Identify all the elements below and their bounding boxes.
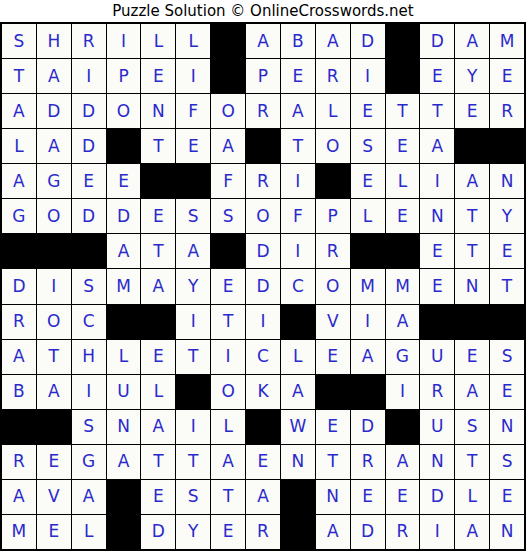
letter-cell: O [107, 94, 141, 128]
letter-cell: N [420, 445, 454, 479]
letter-cell: L [386, 164, 420, 198]
letter-cell: E [141, 199, 175, 233]
letter-cell: T [455, 199, 489, 233]
letter-cell: E [490, 375, 524, 409]
letter-cell: D [351, 410, 385, 444]
letter-cell: T [420, 94, 454, 128]
letter-cell: F [176, 94, 210, 128]
letter-cell: L [141, 24, 175, 58]
letter-cell: A [141, 410, 175, 444]
black-cell [141, 305, 175, 339]
letter-cell: L [176, 24, 210, 58]
letter-cell: O [211, 94, 245, 128]
black-cell [351, 234, 385, 268]
letter-cell: F [281, 199, 315, 233]
letter-cell: I [37, 269, 71, 303]
letter-cell: I [351, 305, 385, 339]
letter-cell: I [72, 375, 106, 409]
letter-cell: M [490, 24, 524, 58]
letter-cell: D [420, 24, 454, 58]
letter-cell: N [107, 410, 141, 444]
letter-cell: A [455, 515, 489, 549]
letter-cell: S [72, 269, 106, 303]
letter-cell: A [246, 480, 280, 514]
black-cell [37, 410, 71, 444]
letter-cell: L [2, 129, 36, 163]
letter-cell: E [351, 94, 385, 128]
letter-cell: E [316, 340, 350, 374]
letter-cell: M [351, 269, 385, 303]
black-cell [176, 164, 210, 198]
letter-cell: T [141, 234, 175, 268]
letter-cell: E [490, 480, 524, 514]
letter-cell: A [176, 234, 210, 268]
letter-cell: R [316, 234, 350, 268]
letter-cell: G [386, 340, 420, 374]
letter-cell: E [386, 129, 420, 163]
letter-cell: B [2, 375, 36, 409]
letter-cell: I [281, 234, 315, 268]
letter-cell: S [2, 24, 36, 58]
letter-cell: A [281, 375, 315, 409]
black-cell [455, 305, 489, 339]
letter-cell: A [107, 234, 141, 268]
letter-cell: N [420, 199, 454, 233]
letter-cell: U [420, 340, 454, 374]
letter-cell: D [351, 24, 385, 58]
letter-cell: E [351, 480, 385, 514]
letter-cell: A [455, 164, 489, 198]
black-cell [351, 375, 385, 409]
letter-cell: I [246, 305, 280, 339]
black-cell [386, 234, 420, 268]
black-cell [281, 305, 315, 339]
letter-cell: S [490, 340, 524, 374]
black-cell [316, 375, 350, 409]
letter-cell: T [141, 129, 175, 163]
letter-cell: P [316, 199, 350, 233]
letter-cell: N [490, 164, 524, 198]
letter-cell: E [386, 199, 420, 233]
letter-cell: A [107, 445, 141, 479]
letter-cell: A [316, 24, 350, 58]
letter-cell: E [37, 515, 71, 549]
letter-cell: D [246, 269, 280, 303]
letter-cell: T [141, 445, 175, 479]
letter-cell: L [281, 340, 315, 374]
letter-cell: I [281, 164, 315, 198]
letter-cell: R [386, 515, 420, 549]
puzzle-solution-page: Puzzle Solution © OnlineCrosswords.net S… [0, 0, 526, 551]
letter-cell: D [72, 199, 106, 233]
letter-cell: U [107, 375, 141, 409]
letter-cell: T [281, 129, 315, 163]
black-cell [246, 410, 280, 444]
letter-cell: A [211, 129, 245, 163]
letter-cell: R [490, 94, 524, 128]
black-cell [37, 234, 71, 268]
letter-cell: W [281, 410, 315, 444]
letter-cell: N [490, 410, 524, 444]
letter-cell: T [176, 340, 210, 374]
letter-cell: T [386, 94, 420, 128]
letter-cell: R [2, 445, 36, 479]
letter-cell: I [386, 375, 420, 409]
letter-cell: A [246, 24, 280, 58]
letter-cell: G [37, 164, 71, 198]
letter-cell: N [281, 445, 315, 479]
letter-cell: A [37, 129, 71, 163]
letter-cell: I [176, 410, 210, 444]
black-cell [420, 305, 454, 339]
letter-cell: T [455, 234, 489, 268]
crossword-grid: SHRILLABADDAMTAIPEIPERIEYEADDONFORALETTE… [0, 22, 526, 551]
letter-cell: T [176, 445, 210, 479]
letter-cell: A [351, 340, 385, 374]
letter-cell: D [351, 515, 385, 549]
letter-cell: E [281, 59, 315, 93]
black-cell [211, 59, 245, 93]
letter-cell: Y [490, 199, 524, 233]
letter-cell: L [107, 340, 141, 374]
letter-cell: A [281, 94, 315, 128]
letter-cell: D [72, 129, 106, 163]
black-cell [72, 234, 106, 268]
black-cell [2, 234, 36, 268]
letter-cell: L [455, 480, 489, 514]
letter-cell: O [246, 199, 280, 233]
letter-cell: S [490, 445, 524, 479]
letter-cell: A [72, 480, 106, 514]
letter-cell: U [420, 410, 454, 444]
letter-cell: I [107, 24, 141, 58]
letter-cell: I [420, 164, 454, 198]
letter-cell: N [316, 480, 350, 514]
letter-cell: E [490, 234, 524, 268]
letter-cell: Y [176, 269, 210, 303]
letter-cell: A [455, 24, 489, 58]
letter-cell: A [141, 269, 175, 303]
black-cell [246, 129, 280, 163]
letter-cell: R [316, 59, 350, 93]
letter-cell: T [316, 445, 350, 479]
letter-cell: A [211, 445, 245, 479]
letter-cell: T [211, 305, 245, 339]
black-cell [211, 234, 245, 268]
letter-cell: R [420, 375, 454, 409]
black-cell [107, 515, 141, 549]
letter-cell: E [72, 164, 106, 198]
letter-cell: S [176, 480, 210, 514]
letter-cell: E [351, 164, 385, 198]
black-cell [107, 480, 141, 514]
letter-cell: E [246, 445, 280, 479]
black-cell [107, 129, 141, 163]
letter-cell: S [351, 129, 385, 163]
letter-cell: O [316, 269, 350, 303]
letter-cell: E [141, 59, 175, 93]
letter-cell: M [386, 269, 420, 303]
black-cell [386, 59, 420, 93]
letter-cell: E [211, 269, 245, 303]
letter-cell: A [2, 94, 36, 128]
letter-cell: I [176, 305, 210, 339]
letter-cell: T [211, 480, 245, 514]
letter-cell: R [72, 24, 106, 58]
letter-cell: T [37, 340, 71, 374]
letter-cell: G [2, 199, 36, 233]
letter-cell: E [490, 59, 524, 93]
letter-cell: A [420, 129, 454, 163]
letter-cell: D [37, 94, 71, 128]
black-cell [176, 375, 210, 409]
letter-cell: I [351, 59, 385, 93]
letter-cell: E [141, 340, 175, 374]
letter-cell: D [420, 480, 454, 514]
letter-cell: A [37, 59, 71, 93]
letter-cell: P [246, 59, 280, 93]
letter-cell: O [211, 375, 245, 409]
letter-cell: K [246, 375, 280, 409]
letter-cell: R [246, 94, 280, 128]
letter-cell: I [420, 515, 454, 549]
letter-cell: A [455, 375, 489, 409]
black-cell [281, 515, 315, 549]
letter-cell: E [37, 445, 71, 479]
letter-cell: H [72, 340, 106, 374]
letter-cell: T [490, 269, 524, 303]
letter-cell: P [107, 59, 141, 93]
letter-cell: L [211, 410, 245, 444]
letter-cell: O [316, 129, 350, 163]
letter-cell: O [37, 305, 71, 339]
letter-cell: E [141, 480, 175, 514]
letter-cell: D [141, 515, 175, 549]
letter-cell: E [455, 340, 489, 374]
black-cell [455, 129, 489, 163]
letter-cell: C [246, 340, 280, 374]
page-title: Puzzle Solution © OnlineCrosswords.net [0, 0, 526, 22]
letter-cell: S [72, 410, 106, 444]
letter-cell: D [72, 94, 106, 128]
letter-cell: O [37, 199, 71, 233]
black-cell [211, 24, 245, 58]
black-cell [386, 24, 420, 58]
letter-cell: E [420, 234, 454, 268]
letter-cell: Y [455, 59, 489, 93]
letter-cell: E [176, 129, 210, 163]
letter-cell: R [246, 164, 280, 198]
letter-cell: T [2, 59, 36, 93]
letter-cell: S [455, 410, 489, 444]
letter-cell: M [2, 515, 36, 549]
letter-cell: R [2, 305, 36, 339]
letter-cell: L [351, 199, 385, 233]
letter-cell: B [281, 24, 315, 58]
letter-cell: E [107, 164, 141, 198]
letter-cell: I [211, 340, 245, 374]
letter-cell: A [316, 515, 350, 549]
letter-cell: E [386, 480, 420, 514]
black-cell [490, 129, 524, 163]
letter-cell: R [351, 445, 385, 479]
letter-cell: L [72, 515, 106, 549]
letter-cell: N [141, 94, 175, 128]
letter-cell: E [455, 94, 489, 128]
letter-cell: M [107, 269, 141, 303]
letter-cell: E [211, 515, 245, 549]
letter-cell: D [246, 234, 280, 268]
letter-cell: N [455, 269, 489, 303]
letter-cell: A [2, 340, 36, 374]
letter-cell: N [490, 515, 524, 549]
letter-cell: S [211, 199, 245, 233]
letter-cell: E [420, 269, 454, 303]
letter-cell: I [176, 59, 210, 93]
letter-cell: R [246, 515, 280, 549]
letter-cell: V [316, 305, 350, 339]
black-cell [141, 164, 175, 198]
letter-cell: E [316, 410, 350, 444]
letter-cell: I [72, 59, 106, 93]
letter-cell: F [211, 164, 245, 198]
letter-cell: C [281, 269, 315, 303]
black-cell [107, 305, 141, 339]
letter-cell: Y [176, 515, 210, 549]
letter-cell: V [37, 480, 71, 514]
letter-cell: L [316, 94, 350, 128]
letter-cell: D [2, 269, 36, 303]
letter-cell: C [72, 305, 106, 339]
letter-cell: E [420, 59, 454, 93]
black-cell [2, 410, 36, 444]
black-cell [386, 410, 420, 444]
black-cell [316, 164, 350, 198]
letter-cell: A [386, 305, 420, 339]
letter-cell: L [141, 375, 175, 409]
letter-cell: A [37, 375, 71, 409]
letter-cell: A [2, 164, 36, 198]
letter-cell: D [107, 199, 141, 233]
black-cell [490, 305, 524, 339]
letter-cell: A [2, 480, 36, 514]
letter-cell: T [455, 445, 489, 479]
black-cell [281, 480, 315, 514]
letter-cell: G [72, 445, 106, 479]
letter-cell: S [176, 199, 210, 233]
letter-cell: A [386, 445, 420, 479]
letter-cell: H [37, 24, 71, 58]
